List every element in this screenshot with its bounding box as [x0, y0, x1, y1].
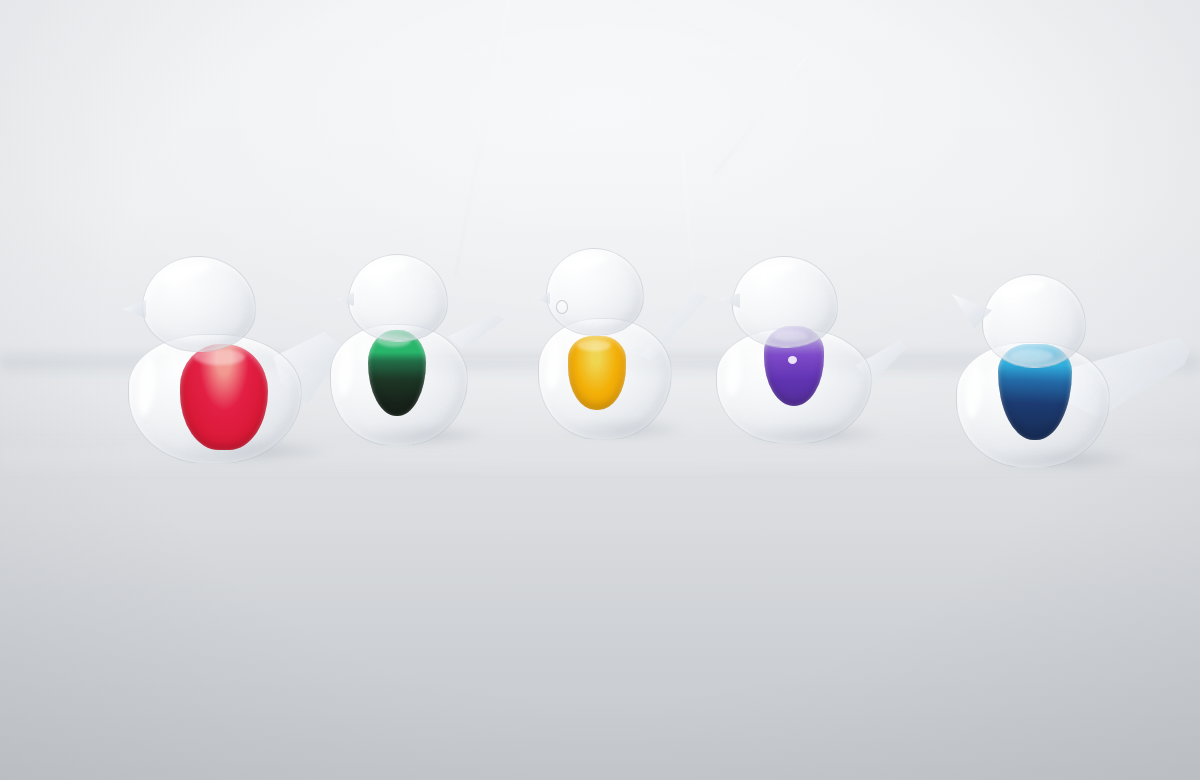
glass-bird-green [328, 252, 504, 448]
glass-bird-yellow [538, 246, 708, 442]
air-bubble [788, 356, 797, 364]
bird-beak [336, 292, 354, 306]
glass-bird-red [128, 256, 343, 466]
glass-bird-blue [952, 272, 1192, 468]
glass-bird-purple [714, 252, 906, 446]
bird-beak [718, 292, 740, 308]
photo-scene [0, 0, 1200, 780]
bird-eye [556, 300, 568, 314]
bird-core-red [180, 344, 268, 450]
bird-tail [448, 314, 504, 350]
